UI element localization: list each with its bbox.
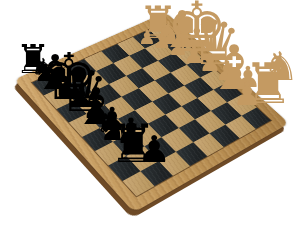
white-knight-b1: ♞	[263, 46, 299, 86]
chess-set-photo: ♜♟♞♟♝♟♚♟♛♟♜♟♟♞♞♟♟♝♝♟♚♟♜♟♛♟♝♟♞♟♟♜	[0, 0, 300, 225]
chess-board	[14, 12, 289, 212]
board-squares-grid	[32, 23, 271, 196]
